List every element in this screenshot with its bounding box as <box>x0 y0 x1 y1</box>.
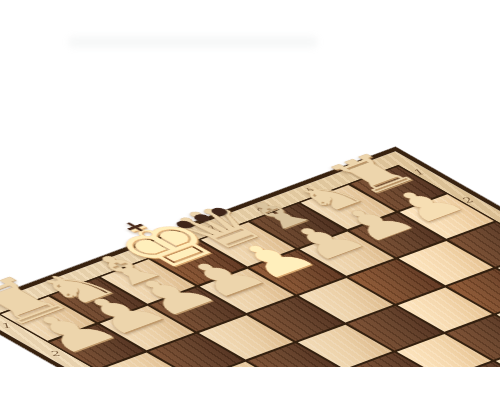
board-grid: ♜♞♝♚+♛● ● ●♝♞♜♟♟♟♟♟♟♟♟ <box>0 165 500 400</box>
faint-watermark-remnant <box>68 36 318 48</box>
chessboard: ♜♞♝♚+♛● ● ●♝♞♜♟♟♟♟♟♟♟♟ 1122334455667788h… <box>0 147 500 400</box>
photo-crop-white-band <box>0 367 500 400</box>
product-photo-stage: Product photo of a hand-carved wooden ch… <box>0 0 500 400</box>
